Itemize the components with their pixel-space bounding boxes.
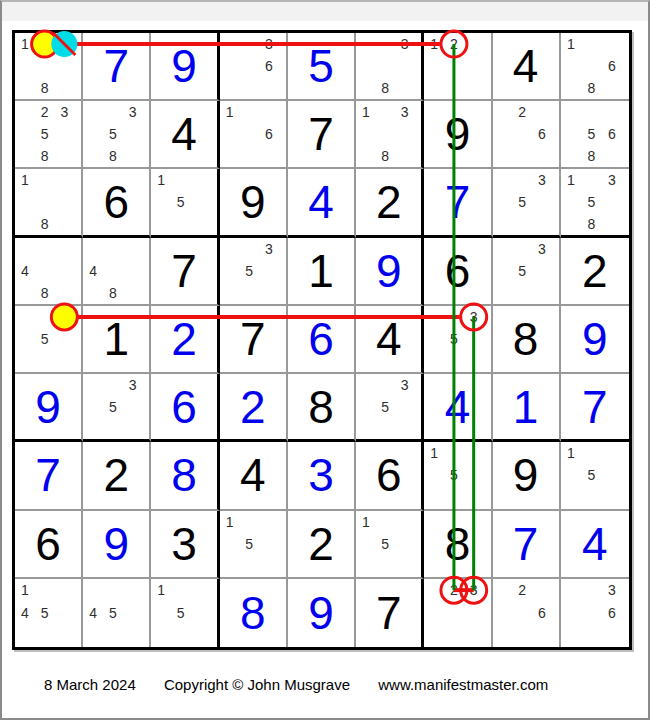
candidate-digit: 2 [444, 579, 464, 602]
candidate-digit: 5 [171, 602, 190, 625]
candidate-digit: 1 [151, 579, 170, 602]
pencil-marks: 2358 [15, 101, 74, 167]
candidate-digit: 3 [123, 101, 143, 123]
candidate-digit: 3 [532, 238, 552, 260]
cell-r9c8[interactable]: 26 [493, 579, 561, 647]
candidate-digit: 6 [532, 123, 552, 145]
candidate-digit: 6 [259, 123, 279, 145]
candidate-digit: 5 [35, 602, 55, 625]
candidate-digit: 8 [35, 282, 55, 304]
cell-r4c7[interactable]: 6 [424, 238, 492, 306]
cell-r8c2[interactable]: 9 [83, 511, 151, 579]
given-digit: 9 [220, 169, 286, 234]
given-digit: 4 [220, 442, 286, 508]
candidate-digit: 6 [532, 602, 552, 625]
solved-digit: 1 [493, 374, 559, 439]
cell-r5c6[interactable]: 4 [356, 306, 424, 374]
cell-r1c5[interactable]: 5 [288, 33, 356, 101]
solved-digit: 9 [288, 579, 354, 647]
cell-r9c2[interactable]: 45 [83, 579, 151, 647]
pencil-marks: 15 [220, 511, 279, 577]
cell-r7c3[interactable]: 8 [151, 442, 219, 510]
given-digit: 2 [561, 238, 629, 304]
cell-r6c8[interactable]: 1 [493, 374, 561, 442]
candidate-digit: 1 [356, 101, 375, 123]
solved-digit: 9 [15, 374, 81, 439]
candidate-digit: 5 [512, 191, 532, 213]
candidate-digit: 3 [54, 306, 74, 328]
candidate-digit: 1 [220, 511, 240, 533]
candidate-digit: 1 [424, 33, 444, 55]
candidate-digit: 8 [581, 77, 601, 99]
given-digit: 7 [356, 579, 421, 647]
candidate-digit: 5 [512, 260, 532, 282]
footer-website: www.manifestmaster.com [378, 676, 548, 693]
cell-r6c3[interactable]: 6 [151, 374, 219, 442]
candidate-digit: 1 [220, 101, 240, 123]
pencil-marks: 35 [356, 374, 414, 439]
cell-r1c1[interactable]: 1238 [15, 33, 83, 101]
cell-r9c4[interactable]: 8 [220, 579, 288, 647]
cell-r4c8[interactable]: 35 [493, 238, 561, 306]
cell-r3c4[interactable]: 9 [220, 169, 288, 237]
candidate-digit: 5 [376, 533, 395, 555]
candidate-digit: 3 [54, 101, 74, 123]
cell-r8c1[interactable]: 6 [15, 511, 83, 579]
candidate-digit: 3 [54, 33, 74, 55]
pencil-marks: 168 [561, 33, 622, 99]
cell-r8c4[interactable]: 15 [220, 511, 288, 579]
footer: 8 March 2024 Copyright © John Musgrave w… [2, 676, 648, 693]
given-digit: 9 [493, 442, 559, 508]
solved-digit: 8 [151, 442, 216, 508]
cell-r2c1[interactable]: 2358 [15, 101, 83, 169]
cell-r4c3[interactable]: 7 [151, 238, 219, 306]
pencil-marks: 18 [15, 169, 74, 234]
given-digit: 7 [220, 306, 286, 372]
cell-r2c6[interactable]: 138 [356, 101, 424, 169]
cell-r1c4[interactable]: 36 [220, 33, 288, 101]
candidate-digit: 5 [239, 533, 259, 555]
candidate-digit: 2 [35, 33, 55, 55]
candidate-digit: 3 [395, 33, 414, 55]
solved-digit: 8 [220, 579, 286, 647]
candidate-digit: 4 [15, 260, 35, 282]
solved-digit: 4 [288, 169, 354, 234]
candidate-digit: 1 [356, 511, 375, 533]
cell-r4c9[interactable]: 2 [561, 238, 629, 306]
given-digit: 4 [356, 306, 421, 372]
cell-r6c9[interactable]: 7 [561, 374, 629, 442]
given-digit: 2 [356, 169, 421, 234]
cell-r1c9[interactable]: 168 [561, 33, 629, 101]
cell-r2c3[interactable]: 4 [151, 101, 219, 169]
candidate-digit: 8 [581, 213, 601, 235]
candidate-digit: 5 [376, 396, 395, 418]
cell-r6c5[interactable]: 8 [288, 374, 356, 442]
candidate-digit: 1 [15, 33, 35, 55]
cell-r7c8[interactable]: 9 [493, 442, 561, 510]
cell-r5c3[interactable]: 2 [151, 306, 219, 374]
candidate-digit: 1 [15, 169, 35, 191]
pencil-marks: 15 [151, 169, 209, 234]
pencil-marks: 145 [15, 579, 74, 647]
candidate-digit: 8 [35, 77, 55, 99]
cell-r7c9[interactable]: 15 [561, 442, 629, 510]
candidate-digit: 6 [602, 123, 622, 145]
cell-r8c8[interactable]: 7 [493, 511, 561, 579]
solved-digit: 7 [493, 511, 559, 577]
solved-digit: 9 [356, 238, 421, 304]
page: 1238793653812416823583584167138926568186… [0, 0, 650, 720]
cell-r6c6[interactable]: 35 [356, 374, 424, 442]
pencil-marks: 48 [15, 238, 74, 304]
pencil-marks: 15 [356, 511, 414, 577]
candidate-digit: 2 [512, 579, 532, 602]
cell-r1c2[interactable]: 7 [83, 33, 151, 101]
solved-digit: 7 [424, 169, 490, 234]
cell-r4c6[interactable]: 9 [356, 238, 424, 306]
candidate-digit: 3 [464, 579, 484, 602]
cell-r3c6[interactable]: 2 [356, 169, 424, 237]
cell-r5c7[interactable]: 35 [424, 306, 492, 374]
given-digit: 6 [83, 169, 149, 234]
candidate-digit: 1 [424, 442, 444, 464]
pencil-marks: 45 [83, 579, 142, 647]
solved-digit: 9 [151, 33, 216, 99]
solved-digit: 3 [288, 442, 354, 508]
candidate-digit: 5 [35, 123, 55, 145]
candidate-digit: 1 [15, 579, 35, 602]
given-digit: 6 [424, 238, 490, 304]
pencil-marks: 138 [356, 101, 414, 167]
cell-r2c4[interactable]: 16 [220, 101, 288, 169]
given-digit: 1 [288, 238, 354, 304]
cell-r4c4[interactable]: 35 [220, 238, 288, 306]
cell-r9c1[interactable]: 145 [15, 579, 83, 647]
candidate-digit: 4 [83, 602, 103, 625]
cell-r5c5[interactable]: 6 [288, 306, 356, 374]
pencil-marks: 35 [220, 238, 279, 304]
cell-r5c8[interactable]: 8 [493, 306, 561, 374]
cell-r9c3[interactable]: 15 [151, 579, 219, 647]
pencil-marks: 36 [220, 33, 279, 99]
candidate-digit: 3 [259, 238, 279, 260]
pencil-marks: 35 [493, 238, 552, 304]
top-strip [2, 2, 648, 21]
candidate-digit: 3 [464, 306, 484, 328]
pencil-marks: 26 [493, 101, 552, 167]
solved-digit: 7 [561, 374, 629, 439]
candidate-digit: 3 [395, 101, 414, 123]
cell-r3c3[interactable]: 15 [151, 169, 219, 237]
cell-r7c2[interactable]: 2 [83, 442, 151, 510]
cell-r4c1[interactable]: 48 [15, 238, 83, 306]
candidate-digit: 3 [532, 169, 552, 191]
cell-r6c7[interactable]: 4 [424, 374, 492, 442]
solved-digit: 9 [561, 306, 629, 372]
candidate-digit: 6 [602, 602, 622, 625]
candidate-digit: 5 [581, 464, 601, 486]
given-digit: 2 [288, 511, 354, 577]
pencil-marks: 358 [83, 101, 142, 167]
cell-r3c7[interactable]: 7 [424, 169, 492, 237]
cell-r2c9[interactable]: 568 [561, 101, 629, 169]
candidate-digit: 4 [15, 602, 35, 625]
cell-r3c8[interactable]: 35 [493, 169, 561, 237]
cell-r2c2[interactable]: 358 [83, 101, 151, 169]
candidate-digit: 5 [444, 328, 464, 350]
candidate-digit: 8 [376, 145, 395, 167]
pencil-marks: 35 [83, 374, 142, 439]
cell-r1c8[interactable]: 4 [493, 33, 561, 101]
candidate-digit: 5 [581, 191, 601, 213]
candidate-digit: 5 [581, 123, 601, 145]
given-digit: 4 [151, 101, 216, 167]
candidate-digit: 8 [581, 145, 601, 167]
pencil-marks: 15 [424, 442, 483, 508]
cell-r9c6[interactable]: 7 [356, 579, 424, 647]
pencil-marks: 16 [220, 101, 279, 167]
footer-date: 8 March 2024 [44, 676, 136, 693]
cell-r1c6[interactable]: 38 [356, 33, 424, 101]
given-digit: 8 [424, 511, 490, 577]
given-digit: 3 [151, 511, 216, 577]
given-digit: 6 [356, 442, 421, 508]
candidate-digit: 8 [103, 282, 123, 304]
candidate-digit: 3 [123, 374, 143, 396]
candidate-digit: 1 [561, 442, 581, 464]
candidate-digit: 1 [561, 169, 581, 191]
cell-r7c5[interactable]: 3 [288, 442, 356, 510]
solved-digit: 5 [288, 33, 354, 99]
cell-r3c2[interactable]: 6 [83, 169, 151, 237]
cell-r1c7[interactable]: 12 [424, 33, 492, 101]
cell-r7c7[interactable]: 15 [424, 442, 492, 510]
cell-r6c4[interactable]: 2 [220, 374, 288, 442]
given-digit: 1 [83, 306, 149, 372]
sudoku-board: 1238793653812416823583584167138926568186… [12, 30, 632, 650]
cell-r7c4[interactable]: 4 [220, 442, 288, 510]
candidate-digit: 5 [103, 396, 123, 418]
pencil-marks: 26 [493, 579, 552, 647]
candidate-digit: 3 [602, 579, 622, 602]
candidate-digit: 4 [83, 260, 103, 282]
given-digit: 8 [288, 374, 354, 439]
candidate-digit: 3 [395, 374, 414, 396]
pencil-marks: 35 [424, 306, 483, 372]
candidate-digit: 1 [151, 169, 170, 191]
candidate-digit: 5 [171, 191, 190, 213]
pencil-marks: 15 [561, 442, 622, 508]
cell-r2c5[interactable]: 7 [288, 101, 356, 169]
cell-r5c9[interactable]: 9 [561, 306, 629, 374]
candidate-digit: 5 [444, 464, 464, 486]
cell-r9c5[interactable]: 9 [288, 579, 356, 647]
given-digit: 7 [288, 101, 354, 167]
pencil-marks: 15 [151, 579, 209, 647]
candidate-digit: 8 [103, 145, 123, 167]
cell-r1c3[interactable]: 9 [151, 33, 219, 101]
candidate-digit: 6 [259, 55, 279, 77]
footer-copyright: Copyright © John Musgrave [164, 676, 350, 693]
solved-digit: 7 [15, 442, 81, 508]
candidate-digit: 2 [35, 101, 55, 123]
cell-r5c2[interactable]: 1 [83, 306, 151, 374]
cell-r3c9[interactable]: 1358 [561, 169, 629, 237]
cell-r4c5[interactable]: 1 [288, 238, 356, 306]
candidate-digit: 8 [35, 213, 55, 235]
candidate-digit: 1 [561, 33, 581, 55]
cell-r5c1[interactable]: 35 [15, 306, 83, 374]
cell-r3c5[interactable]: 4 [288, 169, 356, 237]
cell-r8c6[interactable]: 15 [356, 511, 424, 579]
candidate-digit: 5 [103, 123, 123, 145]
pencil-marks: 1358 [561, 169, 622, 234]
solved-digit: 9 [83, 511, 149, 577]
candidate-digit: 8 [376, 77, 395, 99]
given-digit: 4 [493, 33, 559, 99]
cell-r5c4[interactable]: 7 [220, 306, 288, 374]
pencil-marks: 1238 [15, 33, 74, 99]
given-digit: 9 [424, 101, 490, 167]
cell-r6c2[interactable]: 35 [83, 374, 151, 442]
cell-r9c9[interactable]: 36 [561, 579, 629, 647]
pencil-marks: 35 [493, 169, 552, 234]
cell-r6c1[interactable]: 9 [15, 374, 83, 442]
given-digit: 2 [83, 442, 149, 508]
candidate-digit: 8 [35, 145, 55, 167]
solved-digit: 6 [151, 374, 216, 439]
solved-digit: 7 [83, 33, 149, 99]
given-digit: 6 [15, 511, 81, 577]
solved-digit: 6 [288, 306, 354, 372]
pencil-marks: 36 [561, 579, 622, 647]
cell-r2c8[interactable]: 26 [493, 101, 561, 169]
pencil-marks: 35 [15, 306, 74, 372]
cell-r7c1[interactable]: 7 [15, 442, 83, 510]
cell-r9c7[interactable]: 23 [424, 579, 492, 647]
cell-r8c5[interactable]: 2 [288, 511, 356, 579]
solved-digit: 4 [561, 511, 629, 577]
cell-r4c2[interactable]: 48 [83, 238, 151, 306]
solved-digit: 2 [151, 306, 216, 372]
candidate-digit: 5 [103, 602, 123, 625]
candidate-digit: 3 [259, 33, 279, 55]
pencil-marks: 12 [424, 33, 483, 99]
cell-r2c7[interactable]: 9 [424, 101, 492, 169]
pencil-marks: 38 [356, 33, 414, 99]
pencil-marks: 48 [83, 238, 142, 304]
pencil-marks: 568 [561, 101, 622, 167]
given-digit: 8 [493, 306, 559, 372]
cell-r7c6[interactable]: 6 [356, 442, 424, 510]
cell-r8c7[interactable]: 8 [424, 511, 492, 579]
given-digit: 7 [151, 238, 216, 304]
cell-r8c9[interactable]: 4 [561, 511, 629, 579]
candidate-digit: 6 [602, 55, 622, 77]
solved-digit: 2 [220, 374, 286, 439]
solved-digit: 4 [424, 374, 490, 439]
candidate-digit: 5 [239, 260, 259, 282]
pencil-marks: 23 [424, 579, 483, 647]
candidate-digit: 2 [444, 33, 464, 55]
candidate-digit: 3 [602, 169, 622, 191]
cell-r3c1[interactable]: 18 [15, 169, 83, 237]
candidate-digit: 5 [35, 328, 55, 350]
cell-r8c3[interactable]: 3 [151, 511, 219, 579]
candidate-digit: 2 [512, 101, 532, 123]
